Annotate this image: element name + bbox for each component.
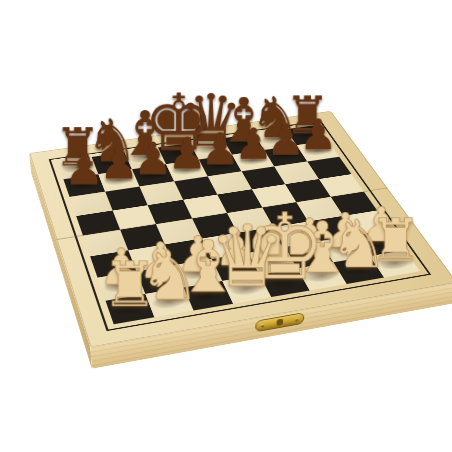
chess-board: ♜♞♝♚♛♝♞♜♟♟♟♟♟♟♟♟♟♟♟♟♟♟♟♟♜♞♝♛♚♝♞♜ (29, 111, 452, 347)
dark-pawn[interactable]: ♟ (234, 127, 273, 162)
clasp-screw-icon (261, 323, 265, 327)
square-a1[interactable]: ♜ (105, 294, 154, 324)
chess-set-photo: ♜♞♝♚♛♝♞♜♟♟♟♟♟♟♟♟♟♟♟♟♟♟♟♟♜♞♝♛♚♝♞♜ (0, 0, 452, 452)
dark-pawn[interactable]: ♟ (64, 151, 104, 187)
board-grid: ♜♞♝♚♛♝♞♜♟♟♟♟♟♟♟♟♟♟♟♟♟♟♟♟♜♞♝♛♚♝♞♜ (57, 125, 420, 324)
light-rook[interactable]: ♜ (102, 260, 158, 310)
dark-pawn[interactable]: ♟ (99, 146, 139, 181)
dark-pawn[interactable]: ♟ (167, 136, 206, 171)
dark-pawn[interactable]: ♟ (133, 141, 172, 176)
square-a5[interactable] (76, 210, 120, 235)
square-h6[interactable] (307, 157, 351, 179)
clasp-screw-icon (295, 317, 299, 321)
square-c5[interactable] (148, 200, 192, 225)
clasp-keyhole-icon (277, 319, 284, 326)
square-a6[interactable] (70, 192, 112, 216)
